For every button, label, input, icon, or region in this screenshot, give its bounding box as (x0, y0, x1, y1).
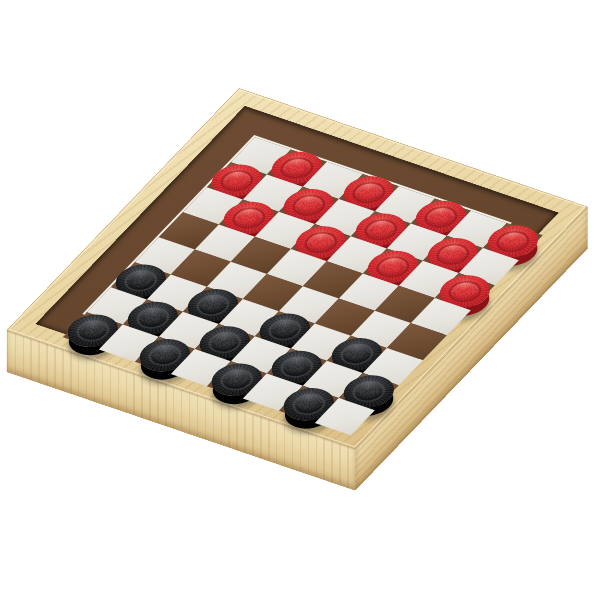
photo-scene: ⛀⛀⛀⛀⛀⛀⛀⛀⛀⛀⛀⛀⛂⛂⛂⛂⛂⛂⛂⛂⛂⛂⛂⛂ (0, 0, 600, 600)
